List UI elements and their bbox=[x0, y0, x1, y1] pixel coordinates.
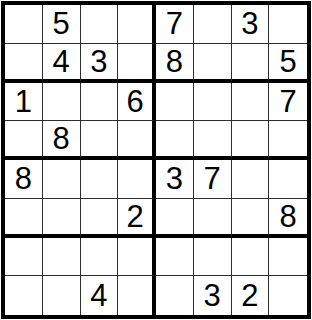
cell-r2c6[interactable] bbox=[194, 44, 232, 83]
cell-r3c2[interactable] bbox=[43, 83, 81, 122]
cell-r6c7[interactable] bbox=[232, 199, 270, 238]
cell-r7c7[interactable] bbox=[232, 238, 270, 277]
cell-r6c4: 2 bbox=[118, 199, 156, 238]
cell-r4c6[interactable] bbox=[194, 121, 232, 160]
cell-r1c5: 7 bbox=[156, 5, 194, 44]
cell-r6c6[interactable] bbox=[194, 199, 232, 238]
cell-r7c8[interactable] bbox=[269, 238, 307, 277]
cell-r2c7[interactable] bbox=[232, 44, 270, 83]
cell-r3c5[interactable] bbox=[156, 83, 194, 122]
cell-r6c1[interactable] bbox=[5, 199, 43, 238]
cell-r5c3[interactable] bbox=[81, 160, 119, 199]
cell-r7c4[interactable] bbox=[118, 238, 156, 277]
cell-r8c5[interactable] bbox=[156, 276, 194, 315]
cell-r1c4[interactable] bbox=[118, 5, 156, 44]
cell-r2c5: 8 bbox=[156, 44, 194, 83]
cell-r4c8[interactable] bbox=[269, 121, 307, 160]
cell-r1c3[interactable] bbox=[81, 5, 119, 44]
cell-r2c1[interactable] bbox=[5, 44, 43, 83]
cell-r4c1[interactable] bbox=[5, 121, 43, 160]
cell-r8c3: 4 bbox=[81, 276, 119, 315]
cell-r5c5: 3 bbox=[156, 160, 194, 199]
cell-r3c3[interactable] bbox=[81, 83, 119, 122]
cell-r2c2: 4 bbox=[43, 44, 81, 83]
cell-r2c3: 3 bbox=[81, 44, 119, 83]
cell-r1c8[interactable] bbox=[269, 5, 307, 44]
cell-r4c7[interactable] bbox=[232, 121, 270, 160]
cell-r7c5[interactable] bbox=[156, 238, 194, 277]
cell-r7c6[interactable] bbox=[194, 238, 232, 277]
cell-r1c6[interactable] bbox=[194, 5, 232, 44]
sudoku-board: 5734385167883728432 bbox=[1, 1, 311, 319]
cell-r6c3[interactable] bbox=[81, 199, 119, 238]
cell-r6c2[interactable] bbox=[43, 199, 81, 238]
cell-r1c1[interactable] bbox=[5, 5, 43, 44]
cell-r7c1[interactable] bbox=[5, 238, 43, 277]
cell-r2c4[interactable] bbox=[118, 44, 156, 83]
cell-r7c2[interactable] bbox=[43, 238, 81, 277]
cell-r4c2: 8 bbox=[43, 121, 81, 160]
cell-r8c1[interactable] bbox=[5, 276, 43, 315]
cell-r6c5[interactable] bbox=[156, 199, 194, 238]
cell-r3c4: 6 bbox=[118, 83, 156, 122]
cell-r4c4[interactable] bbox=[118, 121, 156, 160]
cell-r3c6[interactable] bbox=[194, 83, 232, 122]
cell-r4c5[interactable] bbox=[156, 121, 194, 160]
cell-r5c6: 7 bbox=[194, 160, 232, 199]
cell-r3c7[interactable] bbox=[232, 83, 270, 122]
cell-r8c8[interactable] bbox=[269, 276, 307, 315]
cell-r8c7: 2 bbox=[232, 276, 270, 315]
cell-r6c8: 8 bbox=[269, 199, 307, 238]
cell-r5c1: 8 bbox=[5, 160, 43, 199]
cell-r3c1: 1 bbox=[5, 83, 43, 122]
cell-r2c8: 5 bbox=[269, 44, 307, 83]
cell-r8c4[interactable] bbox=[118, 276, 156, 315]
cell-r5c8[interactable] bbox=[269, 160, 307, 199]
cell-r8c2[interactable] bbox=[43, 276, 81, 315]
cell-r8c6: 3 bbox=[194, 276, 232, 315]
cell-r5c2[interactable] bbox=[43, 160, 81, 199]
cell-r5c4[interactable] bbox=[118, 160, 156, 199]
cell-r5c7[interactable] bbox=[232, 160, 270, 199]
cell-r4c3[interactable] bbox=[81, 121, 119, 160]
cell-r3c8: 7 bbox=[269, 83, 307, 122]
cell-r7c3[interactable] bbox=[81, 238, 119, 277]
cell-r1c2: 5 bbox=[43, 5, 81, 44]
cell-r1c7: 3 bbox=[232, 5, 270, 44]
